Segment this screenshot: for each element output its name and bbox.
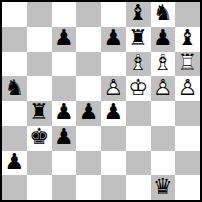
square-a4[interactable] [2,101,27,126]
square-e3[interactable] [101,126,126,151]
square-b5[interactable] [27,76,52,101]
square-b6[interactable] [27,52,52,77]
square-f4[interactable] [126,101,151,126]
square-h1[interactable] [175,175,200,200]
black-rook-b4[interactable]: ♜ [27,101,52,126]
square-h6[interactable]: ♜♖ [175,52,200,77]
square-c5[interactable] [52,76,77,101]
square-b4[interactable]: ♜ [27,101,52,126]
square-h3[interactable] [175,126,200,151]
square-f8[interactable]: ♝ [126,2,151,27]
white-bishop-f6[interactable]: ♝♗ [126,52,151,77]
black-pawn-e7[interactable]: ♟ [101,27,126,52]
square-f7[interactable]: ♜ [126,27,151,52]
square-g6[interactable]: ♝♗ [151,52,176,77]
black-pawn-e4[interactable]: ♟ [101,101,126,126]
square-g3[interactable] [151,126,176,151]
black-bishop-f8[interactable]: ♝ [126,2,151,27]
square-b7[interactable] [27,27,52,52]
square-c7[interactable]: ♟ [52,27,77,52]
square-a8[interactable] [2,2,27,27]
square-f5[interactable]: ♚♔ [126,76,151,101]
black-queen-g1[interactable]: ♛ [151,175,176,200]
square-e4[interactable]: ♟ [101,101,126,126]
square-b3[interactable]: ♚ [27,126,52,151]
black-pawn-g7[interactable]: ♟ [151,27,176,52]
square-c2[interactable] [52,151,77,176]
white-pawn-g5[interactable]: ♟♙ [151,76,176,101]
white-king-f5[interactable]: ♚♔ [126,76,151,101]
square-g1[interactable]: ♛ [151,175,176,200]
black-rook-f7[interactable]: ♜ [126,27,151,52]
square-h5[interactable]: ♟♙ [175,76,200,101]
square-g7[interactable]: ♟ [151,27,176,52]
square-d6[interactable] [76,52,101,77]
square-e6[interactable] [101,52,126,77]
square-a6[interactable] [2,52,27,77]
black-bishop-h7[interactable]: ♝ [175,27,200,52]
square-c1[interactable] [52,175,77,200]
square-d8[interactable] [76,2,101,27]
square-d7[interactable] [76,27,101,52]
square-b2[interactable] [27,151,52,176]
chess-diagram: ♝♞♟♟♜♟♝♝♗♝♗♜♖♞♟♙♚♔♟♙♟♙♜♟♟♟♚♟♟♛ [0,0,202,202]
square-d5[interactable] [76,76,101,101]
square-f6[interactable]: ♝♗ [126,52,151,77]
square-c6[interactable] [52,52,77,77]
square-b1[interactable] [27,175,52,200]
white-rook-h6[interactable]: ♜♖ [175,52,200,77]
square-g2[interactable] [151,151,176,176]
square-a2[interactable]: ♟ [2,151,27,176]
square-d4[interactable]: ♟ [76,101,101,126]
square-g8[interactable]: ♞ [151,2,176,27]
black-pawn-c4[interactable]: ♟ [52,101,77,126]
square-h4[interactable] [175,101,200,126]
square-a5[interactable]: ♞ [2,76,27,101]
black-pawn-d4[interactable]: ♟ [76,101,101,126]
square-a3[interactable] [2,126,27,151]
black-pawn-c7[interactable]: ♟ [52,27,77,52]
square-d3[interactable] [76,126,101,151]
square-f3[interactable] [126,126,151,151]
square-e5[interactable]: ♟♙ [101,76,126,101]
chess-board: ♝♞♟♟♜♟♝♝♗♝♗♜♖♞♟♙♚♔♟♙♟♙♜♟♟♟♚♟♟♛ [0,0,202,202]
square-b8[interactable] [27,2,52,27]
white-pawn-e5[interactable]: ♟♙ [101,76,126,101]
square-e8[interactable] [101,2,126,27]
square-a1[interactable] [2,175,27,200]
black-king-b3[interactable]: ♚ [27,126,52,151]
square-f1[interactable] [126,175,151,200]
square-c8[interactable] [52,2,77,27]
square-a7[interactable] [2,27,27,52]
square-c4[interactable]: ♟ [52,101,77,126]
square-e2[interactable] [101,151,126,176]
square-d1[interactable] [76,175,101,200]
square-h7[interactable]: ♝ [175,27,200,52]
white-pawn-h5[interactable]: ♟♙ [175,76,200,101]
square-d2[interactable] [76,151,101,176]
black-knight-a5[interactable]: ♞ [2,76,27,101]
square-h8[interactable] [175,2,200,27]
black-knight-g8[interactable]: ♞ [151,2,176,27]
square-g5[interactable]: ♟♙ [151,76,176,101]
square-f2[interactable] [126,151,151,176]
square-g4[interactable] [151,101,176,126]
square-e7[interactable]: ♟ [101,27,126,52]
black-pawn-c3[interactable]: ♟ [52,126,77,151]
square-h2[interactable] [175,151,200,176]
square-e1[interactable] [101,175,126,200]
square-c3[interactable]: ♟ [52,126,77,151]
white-bishop-g6[interactable]: ♝♗ [151,52,176,77]
black-pawn-a2[interactable]: ♟ [2,151,27,176]
